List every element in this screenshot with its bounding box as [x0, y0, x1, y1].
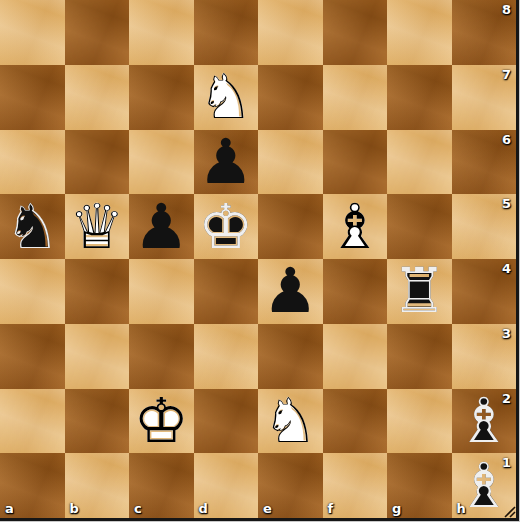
square-c3[interactable]: [129, 324, 194, 389]
square-e5[interactable]: [258, 194, 323, 259]
piece-fill-layer: ♞: [258, 389, 323, 454]
square-g5[interactable]: [387, 194, 452, 259]
square-a2[interactable]: [0, 389, 65, 454]
file-label-a: a: [5, 501, 14, 516]
square-b7[interactable]: [65, 65, 130, 130]
black-king-icon[interactable]: ♚♔: [194, 194, 259, 259]
square-f3[interactable]: [323, 324, 388, 389]
black-rook-icon[interactable]: ♜♖: [387, 259, 452, 324]
rank-label-8: 8: [502, 2, 511, 17]
piece-fill-layer: ♝: [452, 389, 517, 454]
square-e6[interactable]: [258, 130, 323, 195]
square-a6[interactable]: [0, 130, 65, 195]
square-h3[interactable]: 3: [452, 324, 517, 389]
white-king-icon[interactable]: ♚♔: [129, 389, 194, 454]
square-a1[interactable]: a: [0, 453, 65, 518]
square-e8[interactable]: [258, 0, 323, 65]
square-f1[interactable]: f: [323, 453, 388, 518]
piece-outline-layer: ♗: [452, 389, 517, 454]
square-f2[interactable]: [323, 389, 388, 454]
square-a3[interactable]: [0, 324, 65, 389]
white-knight-icon[interactable]: ♞♘: [194, 65, 259, 130]
square-c2[interactable]: ♚♔: [129, 389, 194, 454]
square-f4[interactable]: [323, 259, 388, 324]
square-a8[interactable]: [0, 0, 65, 65]
square-e1[interactable]: e: [258, 453, 323, 518]
resize-grip-icon[interactable]: [503, 505, 516, 518]
chess-board-panel: 8♞♘7♟6♞♘♛♕♟♚♔♝♗5♟♜♖43♚♔♞♘♝♗2abcdefg♝♗1h: [0, 0, 520, 522]
square-h7[interactable]: 7: [452, 65, 517, 130]
white-bishop-icon[interactable]: ♝♗: [323, 194, 388, 259]
square-b6[interactable]: [65, 130, 130, 195]
file-label-e: e: [263, 501, 272, 516]
piece-outline-layer: ♘: [258, 389, 323, 454]
square-f5[interactable]: ♝♗: [323, 194, 388, 259]
square-g3[interactable]: [387, 324, 452, 389]
square-b3[interactable]: [65, 324, 130, 389]
piece-fill-layer: ♝: [323, 194, 388, 259]
square-c5[interactable]: ♟: [129, 194, 194, 259]
piece-outline-layer: ♖: [387, 259, 452, 324]
piece-fill-layer: ♟: [194, 130, 259, 195]
square-g1[interactable]: g: [387, 453, 452, 518]
chess-board: 8♞♘7♟6♞♘♛♕♟♚♔♝♗5♟♜♖43♚♔♞♘♝♗2abcdefg♝♗1h: [0, 0, 519, 521]
piece-fill-layer: ♜: [387, 259, 452, 324]
piece-outline-layer: ♔: [129, 389, 194, 454]
square-c4[interactable]: [129, 259, 194, 324]
square-e4[interactable]: ♟: [258, 259, 323, 324]
file-label-d: d: [199, 501, 208, 516]
square-b8[interactable]: [65, 0, 130, 65]
rank-label-5: 5: [502, 196, 511, 211]
square-h5[interactable]: 5: [452, 194, 517, 259]
piece-outline-layer: ♕: [65, 194, 130, 259]
piece-fill-layer: ♞: [194, 65, 259, 130]
rank-label-4: 4: [502, 261, 511, 276]
piece-outline-layer: ♗: [323, 194, 388, 259]
square-d2[interactable]: [194, 389, 259, 454]
square-d3[interactable]: [194, 324, 259, 389]
black-pawn-icon[interactable]: ♟: [194, 130, 259, 195]
file-label-g: g: [392, 501, 401, 516]
piece-fill-layer: ♚: [129, 389, 194, 454]
square-e3[interactable]: [258, 324, 323, 389]
square-d1[interactable]: d: [194, 453, 259, 518]
square-h2[interactable]: ♝♗2: [452, 389, 517, 454]
black-bishop-icon[interactable]: ♝♗: [452, 389, 517, 454]
square-h6[interactable]: 6: [452, 130, 517, 195]
square-b2[interactable]: [65, 389, 130, 454]
square-e7[interactable]: [258, 65, 323, 130]
black-pawn-icon[interactable]: ♟: [258, 259, 323, 324]
square-b4[interactable]: [65, 259, 130, 324]
square-g7[interactable]: [387, 65, 452, 130]
piece-fill-layer: ♞: [0, 194, 65, 259]
file-label-b: b: [70, 501, 79, 516]
piece-outline-layer: ♘: [194, 65, 259, 130]
square-a4[interactable]: [0, 259, 65, 324]
white-knight-icon[interactable]: ♞♘: [258, 389, 323, 454]
piece-fill-layer: ♟: [258, 259, 323, 324]
black-pawn-icon[interactable]: ♟: [129, 194, 194, 259]
square-c8[interactable]: [129, 0, 194, 65]
square-d5[interactable]: ♚♔: [194, 194, 259, 259]
square-f7[interactable]: [323, 65, 388, 130]
square-g8[interactable]: [387, 0, 452, 65]
rank-label-6: 6: [502, 132, 511, 147]
rank-label-7: 7: [502, 67, 511, 82]
square-b1[interactable]: b: [65, 453, 130, 518]
square-d8[interactable]: [194, 0, 259, 65]
rank-label-3: 3: [502, 326, 511, 341]
piece-outline-layer: ♘: [0, 194, 65, 259]
square-e2[interactable]: ♞♘: [258, 389, 323, 454]
square-g2[interactable]: [387, 389, 452, 454]
piece-fill-layer: ♚: [194, 194, 259, 259]
piece-outline-layer: ♔: [194, 194, 259, 259]
square-c1[interactable]: c: [129, 453, 194, 518]
square-g4[interactable]: ♜♖: [387, 259, 452, 324]
piece-fill-layer: ♛: [65, 194, 130, 259]
square-h8[interactable]: 8: [452, 0, 517, 65]
square-a7[interactable]: [0, 65, 65, 130]
square-a5[interactable]: ♞♘: [0, 194, 65, 259]
square-d4[interactable]: [194, 259, 259, 324]
file-label-f: f: [328, 501, 334, 516]
square-f8[interactable]: [323, 0, 388, 65]
white-queen-icon[interactable]: ♛♕: [65, 194, 130, 259]
file-label-c: c: [134, 501, 142, 516]
square-c6[interactable]: [129, 130, 194, 195]
square-c7[interactable]: [129, 65, 194, 130]
square-g6[interactable]: [387, 130, 452, 195]
square-d7[interactable]: ♞♘: [194, 65, 259, 130]
piece-fill-layer: ♟: [129, 194, 194, 259]
square-d6[interactable]: ♟: [194, 130, 259, 195]
black-knight-icon[interactable]: ♞♘: [0, 194, 65, 259]
square-h4[interactable]: 4: [452, 259, 517, 324]
square-b5[interactable]: ♛♕: [65, 194, 130, 259]
square-f6[interactable]: [323, 130, 388, 195]
